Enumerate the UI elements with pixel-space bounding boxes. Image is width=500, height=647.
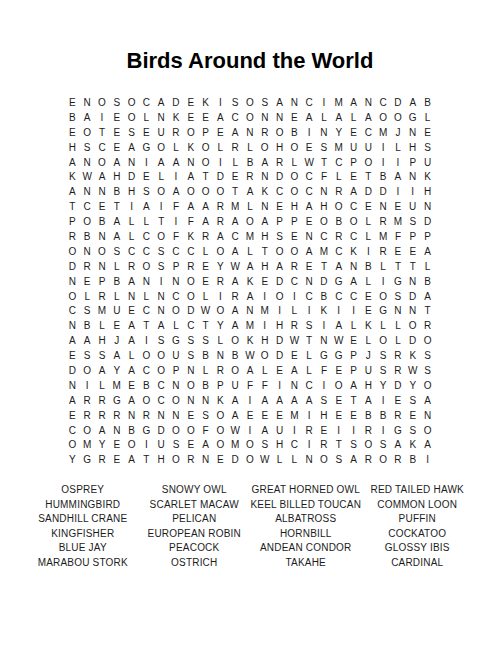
grid-cell-r7c15[interactable]: C [272,185,287,200]
grid-cell-r10c15[interactable]: S [272,230,287,245]
grid-cell-r19c14[interactable]: L [257,364,272,379]
grid-cell-r24c2[interactable]: M [80,438,95,453]
grid-cell-r19c22[interactable]: S [376,364,391,379]
grid-cell-r9c11[interactable]: R [213,215,228,230]
grid-cell-r15c1[interactable]: C [65,304,80,319]
grid-cell-r25c10[interactable]: N [198,453,213,468]
grid-cell-r1c17[interactable]: C [302,96,317,111]
grid-cell-r20c20[interactable]: A [346,379,361,394]
grid-cell-r18c3[interactable]: S [95,349,110,364]
grid-cell-r13c22[interactable]: I [376,275,391,290]
grid-cell-r23c22[interactable]: I [376,424,391,439]
grid-cell-r11c9[interactable]: C [183,245,198,260]
grid-cell-r24c5[interactable]: O [124,438,139,453]
grid-cell-r3c5[interactable]: S [124,126,139,141]
grid-cell-r2c4[interactable]: E [109,111,124,126]
grid-cell-r14c14[interactable]: I [257,290,272,305]
grid-cell-r9c6[interactable]: L [139,215,154,230]
grid-cell-r7c18[interactable]: N [317,185,332,200]
grid-cell-r1c12[interactable]: S [228,96,243,111]
grid-cell-r20c25[interactable]: O [420,379,435,394]
grid-cell-r5c23[interactable]: I [391,156,406,171]
grid-cell-r23c6[interactable]: G [139,424,154,439]
grid-cell-r5c16[interactable]: L [287,156,302,171]
grid-cell-r20c16[interactable]: N [287,379,302,394]
grid-cell-r10c1[interactable]: R [65,230,80,245]
grid-cell-r14c5[interactable]: N [124,290,139,305]
grid-cell-r17c3[interactable]: H [95,334,110,349]
grid-cell-r25c5[interactable]: A [124,453,139,468]
grid-cell-r3c22[interactable]: M [376,126,391,141]
grid-cell-r8c24[interactable]: U [405,200,420,215]
grid-cell-r22c24[interactable]: E [405,409,420,424]
grid-cell-r7c23[interactable]: I [391,185,406,200]
grid-cell-r10c13[interactable]: M [243,230,258,245]
grid-cell-r24c19[interactable]: T [331,438,346,453]
grid-cell-r8c17[interactable]: A [302,200,317,215]
grid-cell-r16c25[interactable]: R [420,319,435,334]
grid-cell-r4c11[interactable]: L [213,141,228,156]
grid-cell-r3c17[interactable]: I [302,126,317,141]
grid-cell-r9c14[interactable]: A [257,215,272,230]
grid-cell-r13c19[interactable]: G [331,275,346,290]
grid-cell-r1c19[interactable]: M [331,96,346,111]
grid-cell-r20c22[interactable]: Y [376,379,391,394]
grid-cell-r17c21[interactable]: L [361,334,376,349]
grid-cell-r15c2[interactable]: S [80,304,95,319]
grid-cell-r3c23[interactable]: J [391,126,406,141]
grid-cell-r16c5[interactable]: A [124,319,139,334]
grid-cell-r1c9[interactable]: E [183,96,198,111]
grid-cell-r22c23[interactable]: R [391,409,406,424]
grid-cell-r18c2[interactable]: S [80,349,95,364]
grid-cell-r2c7[interactable]: N [154,111,169,126]
grid-cell-r22c12[interactable]: A [228,409,243,424]
grid-cell-r7c2[interactable]: N [80,185,95,200]
grid-cell-r10c5[interactable]: L [124,230,139,245]
grid-cell-r13c23[interactable]: G [391,275,406,290]
grid-cell-r24c15[interactable]: H [272,438,287,453]
grid-cell-r6c17[interactable]: C [302,170,317,185]
grid-cell-r25c18[interactable]: O [317,453,332,468]
grid-cell-r9c4[interactable]: A [109,215,124,230]
grid-cell-r1c7[interactable]: A [154,96,169,111]
grid-cell-r3c15[interactable]: O [272,126,287,141]
grid-cell-r2c8[interactable]: K [169,111,184,126]
grid-cell-r4c1[interactable]: H [65,141,80,156]
grid-cell-r16c3[interactable]: L [95,319,110,334]
grid-cell-r24c25[interactable]: A [420,438,435,453]
grid-cell-r13c11[interactable]: R [213,275,228,290]
grid-cell-r20c21[interactable]: H [361,379,376,394]
grid-cell-r1c11[interactable]: I [213,96,228,111]
grid-cell-r8c12[interactable]: M [228,200,243,215]
grid-cell-r6c6[interactable]: E [139,170,154,185]
grid-cell-r2c5[interactable]: O [124,111,139,126]
grid-cell-r15c21[interactable]: E [361,304,376,319]
grid-cell-r22c3[interactable]: R [95,409,110,424]
grid-cell-r8c18[interactable]: H [317,200,332,215]
grid-cell-r10c3[interactable]: N [95,230,110,245]
grid-cell-r14c16[interactable]: I [287,290,302,305]
grid-cell-r4c5[interactable]: A [124,141,139,156]
grid-cell-r21c22[interactable]: I [376,394,391,409]
grid-cell-r14c12[interactable]: R [228,290,243,305]
grid-cell-r8c9[interactable]: A [183,200,198,215]
grid-cell-r13c6[interactable]: N [139,275,154,290]
grid-cell-r1c10[interactable]: K [198,96,213,111]
grid-cell-r9c17[interactable]: E [302,215,317,230]
grid-cell-r5c19[interactable]: C [331,156,346,171]
grid-cell-r19c25[interactable]: S [420,364,435,379]
grid-cell-r23c17[interactable]: R [302,424,317,439]
grid-cell-r17c20[interactable]: E [346,334,361,349]
grid-cell-r19c5[interactable]: A [124,364,139,379]
grid-cell-r1c5[interactable]: O [124,96,139,111]
grid-cell-r18c15[interactable]: D [272,349,287,364]
grid-cell-r17c25[interactable]: O [420,334,435,349]
grid-cell-r8c10[interactable]: A [198,200,213,215]
grid-cell-r19c23[interactable]: R [391,364,406,379]
grid-cell-r20c13[interactable]: F [243,379,258,394]
grid-cell-r2c2[interactable]: A [80,111,95,126]
grid-cell-r8c21[interactable]: E [361,200,376,215]
grid-cell-r22c16[interactable]: M [287,409,302,424]
grid-cell-r5c7[interactable]: A [154,156,169,171]
grid-cell-r10c7[interactable]: O [154,230,169,245]
grid-cell-r23c14[interactable]: A [257,424,272,439]
grid-cell-r8c14[interactable]: N [257,200,272,215]
grid-cell-r22c21[interactable]: B [361,409,376,424]
grid-cell-r13c21[interactable]: L [361,275,376,290]
grid-cell-r20c1[interactable]: N [65,379,80,394]
grid-cell-r5c5[interactable]: N [124,156,139,171]
grid-cell-r5c14[interactable]: A [257,156,272,171]
grid-cell-r19c20[interactable]: P [346,364,361,379]
grid-cell-r3c14[interactable]: R [257,126,272,141]
grid-cell-r1c6[interactable]: C [139,96,154,111]
grid-cell-r24c24[interactable]: K [405,438,420,453]
grid-cell-r25c13[interactable]: O [243,453,258,468]
grid-cell-r11c16[interactable]: O [287,245,302,260]
grid-cell-r13c20[interactable]: A [346,275,361,290]
grid-cell-r13c18[interactable]: D [317,275,332,290]
grid-cell-r23c24[interactable]: S [405,424,420,439]
grid-cell-r24c9[interactable]: E [183,438,198,453]
grid-cell-r19c10[interactable]: L [198,364,213,379]
grid-cell-r24c4[interactable]: E [109,438,124,453]
grid-cell-r5c13[interactable]: B [243,156,258,171]
grid-cell-r10c9[interactable]: K [183,230,198,245]
grid-cell-r1c2[interactable]: N [80,96,95,111]
grid-cell-r18c18[interactable]: G [317,349,332,364]
grid-cell-r6c25[interactable]: K [420,170,435,185]
grid-cell-r13c8[interactable]: N [169,275,184,290]
grid-cell-r8c4[interactable]: T [109,200,124,215]
grid-cell-r6c10[interactable]: T [198,170,213,185]
grid-cell-r25c11[interactable]: E [213,453,228,468]
grid-cell-r16c21[interactable]: K [361,319,376,334]
grid-cell-r2c17[interactable]: A [302,111,317,126]
grid-cell-r18c24[interactable]: K [405,349,420,364]
grid-cell-r14c2[interactable]: L [80,290,95,305]
grid-cell-r17c8[interactable]: G [169,334,184,349]
grid-cell-r8c8[interactable]: F [169,200,184,215]
grid-cell-r1c18[interactable]: I [317,96,332,111]
grid-cell-r1c22[interactable]: C [376,96,391,111]
grid-cell-r11c23[interactable]: E [391,245,406,260]
grid-cell-r16c10[interactable]: T [198,319,213,334]
grid-cell-r7c9[interactable]: O [183,185,198,200]
grid-cell-r7c14[interactable]: K [257,185,272,200]
grid-cell-r21c6[interactable]: O [139,394,154,409]
grid-cell-r23c11[interactable]: O [213,424,228,439]
grid-cell-r3c18[interactable]: N [317,126,332,141]
grid-cell-r1c25[interactable]: B [420,96,435,111]
grid-cell-r20c14[interactable]: F [257,379,272,394]
grid-cell-r22c14[interactable]: E [257,409,272,424]
grid-cell-r15c22[interactable]: G [376,304,391,319]
grid-cell-r8c20[interactable]: C [346,200,361,215]
grid-cell-r14c4[interactable]: L [109,290,124,305]
grid-cell-r13c3[interactable]: P [95,275,110,290]
grid-cell-r9c25[interactable]: D [420,215,435,230]
grid-cell-r16c7[interactable]: A [154,319,169,334]
grid-cell-r24c12[interactable]: M [228,438,243,453]
grid-cell-r25c15[interactable]: L [272,453,287,468]
grid-cell-r24c21[interactable]: O [361,438,376,453]
grid-cell-r2c24[interactable]: G [405,111,420,126]
grid-cell-r16c19[interactable]: A [331,319,346,334]
grid-cell-r24c18[interactable]: R [317,438,332,453]
grid-cell-r9c24[interactable]: S [405,215,420,230]
grid-cell-r11c18[interactable]: M [317,245,332,260]
grid-cell-r4c15[interactable]: H [272,141,287,156]
grid-cell-r15c16[interactable]: L [287,304,302,319]
grid-cell-r19c7[interactable]: O [154,364,169,379]
grid-cell-r4c16[interactable]: O [287,141,302,156]
grid-cell-r22c17[interactable]: I [302,409,317,424]
grid-cell-r12c21[interactable]: B [361,260,376,275]
grid-cell-r9c13[interactable]: O [243,215,258,230]
grid-cell-r16c4[interactable]: E [109,319,124,334]
grid-cell-r10c17[interactable]: N [302,230,317,245]
grid-cell-r23c1[interactable]: C [65,424,80,439]
grid-cell-r20c12[interactable]: U [228,379,243,394]
grid-cell-r11c6[interactable]: C [139,245,154,260]
grid-cell-r1c13[interactable]: O [243,96,258,111]
grid-cell-r3c19[interactable]: Y [331,126,346,141]
grid-cell-r8c19[interactable]: O [331,200,346,215]
grid-cell-r5c11[interactable]: I [213,156,228,171]
grid-cell-r3c8[interactable]: R [169,126,184,141]
grid-cell-r3c13[interactable]: N [243,126,258,141]
grid-cell-r19c4[interactable]: Y [109,364,124,379]
grid-cell-r11c3[interactable]: O [95,245,110,260]
grid-cell-r10c14[interactable]: H [257,230,272,245]
grid-cell-r6c23[interactable]: A [391,170,406,185]
grid-cell-r12c8[interactable]: P [169,260,184,275]
grid-cell-r17c16[interactable]: W [287,334,302,349]
grid-cell-r2c10[interactable]: E [198,111,213,126]
grid-cell-r24c14[interactable]: S [257,438,272,453]
grid-cell-r12c3[interactable]: N [95,260,110,275]
grid-cell-r9c10[interactable]: A [198,215,213,230]
grid-cell-r22c4[interactable]: R [109,409,124,424]
grid-cell-r16c11[interactable]: Y [213,319,228,334]
grid-cell-r15c13[interactable]: N [243,304,258,319]
grid-cell-r19c11[interactable]: R [213,364,228,379]
grid-cell-r14c6[interactable]: L [139,290,154,305]
grid-cell-r14c9[interactable]: O [183,290,198,305]
grid-cell-r1c14[interactable]: S [257,96,272,111]
grid-cell-r11c17[interactable]: A [302,245,317,260]
grid-cell-r21c16[interactable]: A [287,394,302,409]
grid-cell-r16c16[interactable]: R [287,319,302,334]
grid-cell-r9c22[interactable]: R [376,215,391,230]
grid-cell-r2c19[interactable]: A [331,111,346,126]
grid-cell-r2c21[interactable]: A [361,111,376,126]
grid-cell-r18c20[interactable]: P [346,349,361,364]
grid-cell-r15c15[interactable]: I [272,304,287,319]
grid-cell-r23c4[interactable]: N [109,424,124,439]
grid-cell-r25c7[interactable]: H [154,453,169,468]
grid-cell-r17c7[interactable]: S [154,334,169,349]
grid-cell-r22c10[interactable]: S [198,409,213,424]
grid-cell-r4c23[interactable]: L [391,141,406,156]
grid-cell-r2c6[interactable]: L [139,111,154,126]
grid-cell-r9c9[interactable]: F [183,215,198,230]
grid-cell-r4c7[interactable]: O [154,141,169,156]
grid-cell-r25c3[interactable]: R [95,453,110,468]
grid-cell-r23c12[interactable]: W [228,424,243,439]
grid-cell-r11c8[interactable]: C [169,245,184,260]
grid-cell-r2c22[interactable]: O [376,111,391,126]
grid-cell-r5c1[interactable]: A [65,156,80,171]
grid-cell-r21c21[interactable]: A [361,394,376,409]
grid-cell-r4c21[interactable]: U [361,141,376,156]
grid-cell-r25c6[interactable]: T [139,453,154,468]
grid-cell-r11c4[interactable]: S [109,245,124,260]
grid-cell-r5c21[interactable]: O [361,156,376,171]
grid-cell-r9c19[interactable]: B [331,215,346,230]
grid-cell-r4c25[interactable]: S [420,141,435,156]
grid-cell-r9c15[interactable]: P [272,215,287,230]
grid-cell-r22c22[interactable]: B [376,409,391,424]
grid-cell-r12c18[interactable]: T [317,260,332,275]
grid-cell-r15c4[interactable]: U [109,304,124,319]
grid-cell-r21c19[interactable]: E [331,394,346,409]
grid-cell-r15c19[interactable]: I [331,304,346,319]
grid-cell-r13c2[interactable]: E [80,275,95,290]
grid-cell-r10c12[interactable]: C [228,230,243,245]
grid-cell-r21c5[interactable]: A [124,394,139,409]
grid-cell-r17c17[interactable]: T [302,334,317,349]
grid-cell-r15c18[interactable]: K [317,304,332,319]
grid-cell-r7c1[interactable]: A [65,185,80,200]
grid-cell-r11c22[interactable]: R [376,245,391,260]
grid-cell-r20c19[interactable]: O [331,379,346,394]
grid-cell-r10c24[interactable]: P [405,230,420,245]
grid-cell-r6c19[interactable]: L [331,170,346,185]
grid-cell-r12c6[interactable]: O [139,260,154,275]
grid-cell-r21c23[interactable]: E [391,394,406,409]
grid-cell-r21c8[interactable]: O [169,394,184,409]
grid-cell-r3c2[interactable]: O [80,126,95,141]
grid-cell-r12c23[interactable]: T [391,260,406,275]
grid-cell-r6c1[interactable]: K [65,170,80,185]
grid-cell-r18c17[interactable]: L [302,349,317,364]
grid-cell-r8c1[interactable]: T [65,200,80,215]
grid-cell-r4c20[interactable]: U [346,141,361,156]
grid-cell-r18c22[interactable]: S [376,349,391,364]
grid-cell-r10c18[interactable]: C [317,230,332,245]
grid-cell-r7c17[interactable]: C [302,185,317,200]
grid-cell-r22c15[interactable]: E [272,409,287,424]
grid-cell-r13c7[interactable]: I [154,275,169,290]
grid-cell-r3c10[interactable]: P [198,126,213,141]
grid-cell-r17c11[interactable]: L [213,334,228,349]
grid-cell-r11c19[interactable]: C [331,245,346,260]
grid-cell-r17c6[interactable]: I [139,334,154,349]
grid-cell-r24c3[interactable]: Y [95,438,110,453]
grid-cell-r15c17[interactable]: I [302,304,317,319]
grid-cell-r25c24[interactable]: B [405,453,420,468]
grid-cell-r18c23[interactable]: R [391,349,406,364]
grid-cell-r17c19[interactable]: W [331,334,346,349]
grid-cell-r7c13[interactable]: A [243,185,258,200]
grid-cell-r13c13[interactable]: K [243,275,258,290]
grid-cell-r21c10[interactable]: N [198,394,213,409]
grid-cell-r5c4[interactable]: A [109,156,124,171]
grid-cell-r20c18[interactable]: I [317,379,332,394]
grid-cell-r24c17[interactable]: I [302,438,317,453]
grid-cell-r3c6[interactable]: E [139,126,154,141]
grid-cell-r9c12[interactable]: A [228,215,243,230]
grid-cell-r18c12[interactable]: B [228,349,243,364]
grid-cell-r4c2[interactable]: S [80,141,95,156]
grid-cell-r22c18[interactable]: H [317,409,332,424]
grid-cell-r25c12[interactable]: D [228,453,243,468]
grid-cell-r18c9[interactable]: S [183,349,198,364]
grid-cell-r21c9[interactable]: N [183,394,198,409]
grid-cell-r2c1[interactable]: B [65,111,80,126]
grid-cell-r24c10[interactable]: A [198,438,213,453]
grid-cell-r15c9[interactable]: D [183,304,198,319]
grid-cell-r12c11[interactable]: Y [213,260,228,275]
grid-cell-r19c15[interactable]: E [272,364,287,379]
grid-cell-r4c19[interactable]: M [331,141,346,156]
grid-cell-r1c4[interactable]: S [109,96,124,111]
grid-cell-r15c3[interactable]: M [95,304,110,319]
grid-cell-r11c15[interactable]: O [272,245,287,260]
grid-cell-r21c4[interactable]: G [109,394,124,409]
grid-cell-r3c1[interactable]: E [65,126,80,141]
grid-cell-r7c4[interactable]: B [109,185,124,200]
grid-cell-r2c23[interactable]: O [391,111,406,126]
grid-cell-r1c15[interactable]: A [272,96,287,111]
grid-cell-r7c22[interactable]: D [376,185,391,200]
grid-cell-r17c23[interactable]: L [391,334,406,349]
grid-cell-r22c25[interactable]: N [420,409,435,424]
grid-cell-r12c14[interactable]: H [257,260,272,275]
grid-cell-r8c3[interactable]: E [95,200,110,215]
grid-cell-r12c24[interactable]: T [405,260,420,275]
grid-cell-r17c4[interactable]: J [109,334,124,349]
grid-cell-r16c2[interactable]: B [80,319,95,334]
grid-cell-r7c20[interactable]: A [346,185,361,200]
grid-cell-r6c4[interactable]: H [109,170,124,185]
